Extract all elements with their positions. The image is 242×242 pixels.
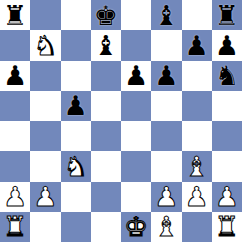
square-f7[interactable] [151,30,181,60]
square-e1[interactable]: ♚ [121,212,151,242]
square-c8[interactable] [61,0,91,30]
square-f5[interactable] [151,91,181,121]
black-pawn[interactable]: ♟ [124,62,148,89]
white-king[interactable]: ♚ [124,213,148,240]
square-a7[interactable] [0,30,30,60]
white-pawn[interactable]: ♟ [33,183,57,210]
square-c2[interactable] [61,182,91,212]
square-g7[interactable]: ♟ [182,30,212,60]
square-d4[interactable] [91,121,121,151]
square-h1[interactable]: ♜ [212,212,242,242]
square-h2[interactable]: ♟ [212,182,242,212]
square-h5[interactable] [212,91,242,121]
square-g2[interactable]: ♟ [182,182,212,212]
square-d7[interactable]: ♝ [91,30,121,60]
black-rook[interactable]: ♜ [3,2,27,29]
square-g5[interactable] [182,91,212,121]
square-b8[interactable] [30,0,60,30]
square-d2[interactable] [91,182,121,212]
square-f3[interactable] [151,151,181,181]
square-e5[interactable] [121,91,151,121]
square-d1[interactable] [91,212,121,242]
square-a6[interactable]: ♟ [0,61,30,91]
black-pawn[interactable]: ♟ [154,62,178,89]
square-c7[interactable] [61,30,91,60]
square-e2[interactable] [121,182,151,212]
white-knight[interactable]: ♞ [64,153,88,180]
square-a8[interactable]: ♜ [0,0,30,30]
square-h4[interactable] [212,121,242,151]
square-c4[interactable] [61,121,91,151]
square-e6[interactable]: ♟ [121,61,151,91]
square-h3[interactable] [212,151,242,181]
square-b4[interactable] [30,121,60,151]
square-a5[interactable] [0,91,30,121]
white-rook[interactable]: ♜ [3,213,27,240]
white-bishop[interactable]: ♝ [185,153,209,180]
black-pawn[interactable]: ♟ [64,92,88,119]
square-a4[interactable] [0,121,30,151]
square-d5[interactable] [91,91,121,121]
square-b6[interactable] [30,61,60,91]
square-c6[interactable] [61,61,91,91]
black-king[interactable]: ♚ [94,2,118,29]
square-a2[interactable]: ♟ [0,182,30,212]
black-bishop[interactable]: ♝ [154,2,178,29]
square-c3[interactable]: ♞ [61,151,91,181]
white-pawn[interactable]: ♟ [3,183,27,210]
square-g3[interactable]: ♝ [182,151,212,181]
square-a1[interactable]: ♜ [0,212,30,242]
square-c5[interactable]: ♟ [61,91,91,121]
white-knight[interactable]: ♞ [33,32,57,59]
square-d3[interactable] [91,151,121,181]
black-pawn[interactable]: ♟ [3,62,27,89]
square-d8[interactable]: ♚ [91,0,121,30]
white-rook[interactable]: ♜ [215,213,239,240]
square-b3[interactable] [30,151,60,181]
square-g1[interactable] [182,212,212,242]
square-g4[interactable] [182,121,212,151]
square-f4[interactable] [151,121,181,151]
square-e3[interactable] [121,151,151,181]
square-c1[interactable] [61,212,91,242]
black-knight[interactable]: ♞ [215,62,239,89]
square-b7[interactable]: ♞ [30,30,60,60]
square-h7[interactable]: ♟ [212,30,242,60]
square-a3[interactable] [0,151,30,181]
square-h6[interactable]: ♞ [212,61,242,91]
black-rook[interactable]: ♜ [215,2,239,29]
white-bishop[interactable]: ♝ [154,213,178,240]
square-b5[interactable] [30,91,60,121]
square-b2[interactable]: ♟ [30,182,60,212]
white-pawn[interactable]: ♟ [154,183,178,210]
chess-board: ♜♚♝♜♞♝♟♟♟♟♟♞♟♞♝♟♟♟♟♟♜♚♝♜ [0,0,242,242]
white-pawn[interactable]: ♟ [185,183,209,210]
black-pawn[interactable]: ♟ [185,32,209,59]
square-d6[interactable] [91,61,121,91]
black-pawn[interactable]: ♟ [215,32,239,59]
square-e8[interactable] [121,0,151,30]
square-f1[interactable]: ♝ [151,212,181,242]
square-g8[interactable] [182,0,212,30]
square-e7[interactable] [121,30,151,60]
square-h8[interactable]: ♜ [212,0,242,30]
square-f2[interactable]: ♟ [151,182,181,212]
black-bishop[interactable]: ♝ [94,32,118,59]
square-f8[interactable]: ♝ [151,0,181,30]
square-e4[interactable] [121,121,151,151]
square-f6[interactable]: ♟ [151,61,181,91]
square-g6[interactable] [182,61,212,91]
square-b1[interactable] [30,212,60,242]
white-pawn[interactable]: ♟ [215,183,239,210]
